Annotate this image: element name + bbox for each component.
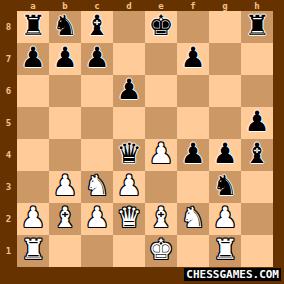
square-f1 xyxy=(177,235,209,267)
chess-board: ♜♞♝♚♜♟♟♟♟♟♟♛♟♟♟♝♟♞♟♞♟♝♟♛♝♞♟♜♚♜ xyxy=(17,11,273,267)
white-pawn: ♟ xyxy=(212,204,237,232)
square-c3: ♞ xyxy=(81,171,113,203)
square-h2 xyxy=(241,203,273,235)
square-h3 xyxy=(241,171,273,203)
rank-label-7: 7 xyxy=(0,43,17,75)
black-pawn: ♟ xyxy=(244,108,269,136)
rank-labels: 87654321 xyxy=(0,11,17,267)
square-g3: ♞ xyxy=(209,171,241,203)
square-e7 xyxy=(145,43,177,75)
square-f4: ♟ xyxy=(177,139,209,171)
square-d3: ♟ xyxy=(113,171,145,203)
square-d2: ♛ xyxy=(113,203,145,235)
white-pawn: ♟ xyxy=(148,140,173,168)
square-b5 xyxy=(49,107,81,139)
black-pawn: ♟ xyxy=(116,76,141,104)
square-b3: ♟ xyxy=(49,171,81,203)
black-pawn: ♟ xyxy=(52,44,77,72)
white-queen: ♛ xyxy=(116,204,141,232)
white-pawn: ♟ xyxy=(116,172,141,200)
square-d4: ♛ xyxy=(113,139,145,171)
square-d8 xyxy=(113,11,145,43)
square-b8: ♞ xyxy=(49,11,81,43)
square-a4 xyxy=(17,139,49,171)
white-knight: ♞ xyxy=(180,204,205,232)
black-bishop: ♝ xyxy=(244,140,269,168)
white-pawn: ♟ xyxy=(20,204,45,232)
white-pawn: ♟ xyxy=(52,172,77,200)
square-d7 xyxy=(113,43,145,75)
black-pawn: ♟ xyxy=(180,44,205,72)
square-h6 xyxy=(241,75,273,107)
square-e3 xyxy=(145,171,177,203)
square-c4 xyxy=(81,139,113,171)
square-d6: ♟ xyxy=(113,75,145,107)
square-f3 xyxy=(177,171,209,203)
square-g7 xyxy=(209,43,241,75)
rank-label-6: 6 xyxy=(0,75,17,107)
square-b1 xyxy=(49,235,81,267)
square-f6 xyxy=(177,75,209,107)
square-e4: ♟ xyxy=(145,139,177,171)
square-f7: ♟ xyxy=(177,43,209,75)
black-rook: ♜ xyxy=(20,12,45,40)
rank-label-4: 4 xyxy=(0,139,17,171)
square-e8: ♚ xyxy=(145,11,177,43)
square-a5 xyxy=(17,107,49,139)
square-g4: ♟ xyxy=(209,139,241,171)
square-b7: ♟ xyxy=(49,43,81,75)
square-d5 xyxy=(113,107,145,139)
square-h8: ♜ xyxy=(241,11,273,43)
black-pawn: ♟ xyxy=(84,44,109,72)
white-pawn: ♟ xyxy=(84,204,109,232)
square-g1: ♜ xyxy=(209,235,241,267)
white-rook: ♜ xyxy=(212,236,237,264)
square-a1: ♜ xyxy=(17,235,49,267)
square-g8 xyxy=(209,11,241,43)
rank-label-8: 8 xyxy=(0,11,17,43)
white-bishop: ♝ xyxy=(52,204,77,232)
white-knight: ♞ xyxy=(84,172,109,200)
square-a6 xyxy=(17,75,49,107)
square-b2: ♝ xyxy=(49,203,81,235)
black-pawn: ♟ xyxy=(180,140,205,168)
rank-label-5: 5 xyxy=(0,107,17,139)
white-king: ♚ xyxy=(148,236,173,264)
rank-label-1: 1 xyxy=(0,235,17,267)
black-bishop: ♝ xyxy=(84,12,109,40)
black-rook: ♜ xyxy=(244,12,269,40)
square-e2: ♝ xyxy=(145,203,177,235)
white-bishop: ♝ xyxy=(148,204,173,232)
black-pawn: ♟ xyxy=(212,140,237,168)
black-king: ♚ xyxy=(148,12,173,40)
square-c2: ♟ xyxy=(81,203,113,235)
square-f2: ♞ xyxy=(177,203,209,235)
square-a3 xyxy=(17,171,49,203)
square-a8: ♜ xyxy=(17,11,49,43)
chessgames-watermark: CHESSGAMES.COM xyxy=(184,268,281,281)
square-h1 xyxy=(241,235,273,267)
square-h7 xyxy=(241,43,273,75)
black-knight: ♞ xyxy=(212,172,237,200)
square-h5: ♟ xyxy=(241,107,273,139)
square-d1 xyxy=(113,235,145,267)
square-a7: ♟ xyxy=(17,43,49,75)
square-g2: ♟ xyxy=(209,203,241,235)
square-f8 xyxy=(177,11,209,43)
chess-diagram: abcdefgh 87654321 ♜♞♝♚♜♟♟♟♟♟♟♛♟♟♟♝♟♞♟♞♟♝… xyxy=(0,0,284,284)
square-c6 xyxy=(81,75,113,107)
black-queen: ♛ xyxy=(116,140,141,168)
square-f5 xyxy=(177,107,209,139)
rank-label-2: 2 xyxy=(0,203,17,235)
black-knight: ♞ xyxy=(52,12,77,40)
square-c1 xyxy=(81,235,113,267)
square-e6 xyxy=(145,75,177,107)
black-pawn: ♟ xyxy=(20,44,45,72)
white-rook: ♜ xyxy=(20,236,45,264)
square-e1: ♚ xyxy=(145,235,177,267)
square-c7: ♟ xyxy=(81,43,113,75)
square-g5 xyxy=(209,107,241,139)
square-c5 xyxy=(81,107,113,139)
square-c8: ♝ xyxy=(81,11,113,43)
square-h4: ♝ xyxy=(241,139,273,171)
square-b4 xyxy=(49,139,81,171)
rank-label-3: 3 xyxy=(0,171,17,203)
square-b6 xyxy=(49,75,81,107)
square-e5 xyxy=(145,107,177,139)
square-a2: ♟ xyxy=(17,203,49,235)
square-g6 xyxy=(209,75,241,107)
